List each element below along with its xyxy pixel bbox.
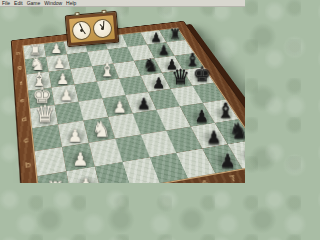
piece-white-pawn[interactable]: ♟ [61, 126, 88, 143]
file-label-b: b [21, 151, 36, 178]
piece-white-rook[interactable]: ♜ [40, 180, 71, 183]
piece-white-pawn[interactable]: ♟ [54, 87, 78, 102]
square-d4[interactable]: ♟ [102, 95, 132, 117]
piece-black-queen[interactable]: ♛ [169, 66, 192, 87]
piece-white-knight[interactable]: ♞ [88, 118, 115, 140]
piece-black-rook[interactable]: ♜ [165, 28, 185, 42]
piece-white-pawn[interactable]: ♟ [51, 71, 74, 86]
menu-item-file[interactable]: File [2, 0, 10, 6]
piece-black-pawn[interactable]: ♟ [200, 128, 227, 145]
square-f4[interactable]: ♝ [92, 63, 119, 81]
clock-face-left [71, 20, 92, 41]
file-label-g: g [14, 60, 25, 76]
menu-item-edit[interactable]: Edit [14, 0, 23, 6]
file-label-d: d [18, 109, 31, 131]
piece-white-pawn[interactable]: ♟ [66, 150, 95, 168]
chess-board: hgfedcba 12345678 ♜♟♟♜♞♟♟♝♟♝♞♟♝♚♟♟♛♚♛♟♟♟… [11, 21, 245, 183]
piece-black-pawn[interactable]: ♟ [189, 107, 215, 123]
clock-left-hour-hand [82, 30, 86, 35]
piece-black-pawn[interactable]: ♟ [132, 95, 157, 111]
piece-white-queen[interactable]: ♛ [32, 103, 58, 126]
menu-item-window[interactable]: Window [44, 0, 62, 6]
piece-white-pawn[interactable]: ♟ [46, 42, 67, 55]
piece-white-pawn[interactable]: ♟ [71, 176, 102, 183]
clock-right-minute-hand [102, 21, 103, 28]
piece-black-pawn[interactable]: ♟ [213, 152, 242, 170]
clock-button-right[interactable] [101, 10, 106, 14]
menu-bar: FileEditGameWindowHelp [0, 0, 245, 7]
menu-item-game[interactable]: Game [27, 0, 41, 6]
file-label-c: c [19, 129, 33, 153]
file-label-f: f [15, 74, 27, 92]
piece-white-bishop[interactable]: ♝ [96, 61, 119, 79]
piece-black-pawn[interactable]: ♟ [146, 31, 166, 44]
clock-face-right [92, 18, 113, 39]
piece-white-pawn[interactable]: ♟ [48, 56, 70, 70]
file-label-h: h [13, 46, 24, 61]
piece-black-knight[interactable]: ♞ [225, 119, 245, 141]
clock-panel [69, 15, 115, 43]
clock-button-left[interactable] [74, 12, 79, 16]
file-label-e: e [16, 91, 29, 111]
board-scene: hgfedcba 12345678 ♜♟♟♜♞♟♟♝♟♝♞♟♝♚♟♟♛♚♛♟♟♟… [0, 0, 245, 183]
clock-left-minute-hand [79, 23, 83, 30]
piece-white-pawn[interactable]: ♟ [107, 99, 132, 115]
board-grid: ♜♟♟♜♞♟♟♝♟♝♞♟♝♚♟♟♛♚♛♟♟♟♞♟♝♟♟♞♜♟♟♜ [23, 28, 245, 183]
piece-black-pawn[interactable]: ♟ [147, 75, 170, 90]
menu-item-help[interactable]: Help [66, 0, 76, 6]
chess-clock [65, 11, 120, 47]
piece-black-king[interactable]: ♚ [191, 63, 214, 84]
piece-black-knight[interactable]: ♞ [140, 56, 162, 74]
